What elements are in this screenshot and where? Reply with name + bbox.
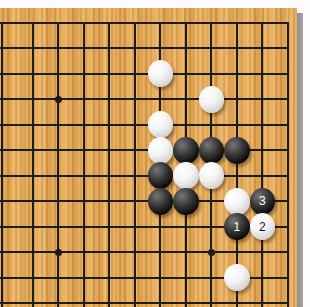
white-stone-Q16[interactable] [199, 86, 225, 113]
star-point-K10 [55, 249, 62, 256]
white-stone-R12[interactable] [224, 188, 250, 215]
black-stone-R11[interactable]: 1 [224, 213, 250, 240]
white-stone-O15[interactable] [148, 111, 174, 138]
move-number-label: 3 [259, 195, 266, 207]
white-stone-R9[interactable] [224, 264, 250, 291]
stones-layer: 312 [0, 10, 297, 307]
white-stone-O14[interactable] [148, 137, 174, 164]
black-stone-R14[interactable] [224, 137, 250, 164]
white-stone-S11[interactable]: 2 [250, 213, 276, 240]
white-stone-O17[interactable] [148, 60, 174, 87]
black-stone-P14[interactable] [173, 137, 199, 164]
black-stone-O13[interactable] [148, 162, 174, 189]
black-stone-S12[interactable]: 3 [250, 188, 276, 215]
white-stone-P13[interactable] [173, 162, 199, 189]
move-number-label: 2 [259, 221, 266, 233]
move-number-label: 1 [233, 221, 240, 233]
go-app-screen: 312 [0, 0, 310, 307]
black-stone-P12[interactable] [173, 188, 199, 215]
go-board[interactable]: 312 [0, 8, 297, 307]
board-edge-shadow [297, 13, 303, 307]
black-stone-Q14[interactable] [199, 137, 225, 164]
black-stone-O12[interactable] [148, 188, 174, 215]
star-point-Q10 [208, 249, 215, 256]
white-stone-Q13[interactable] [199, 162, 225, 189]
star-point-K16 [55, 96, 62, 103]
